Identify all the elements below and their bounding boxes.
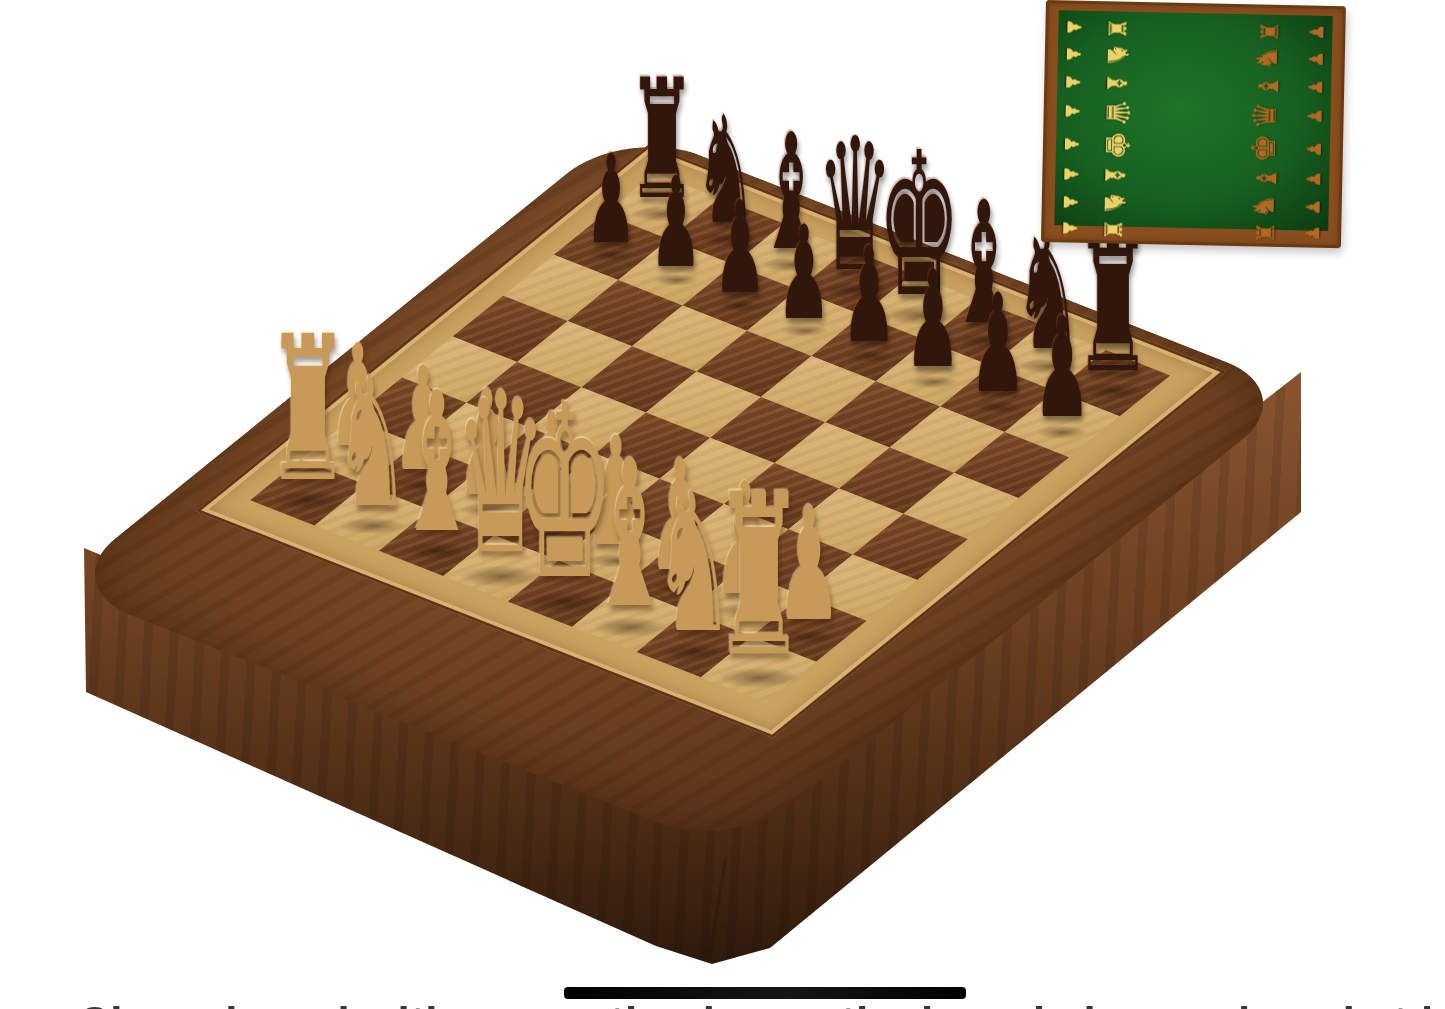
inset-gold-pawn: ♟ xyxy=(1063,73,1082,90)
inset-copper-rook: ♜ xyxy=(1254,222,1278,244)
inset-gold-queen: ♛ xyxy=(1102,98,1135,127)
inset-cell: ♜ xyxy=(1199,219,1277,245)
inset-cell: ♝ xyxy=(1200,163,1279,192)
inset-copper-bishop: ♝ xyxy=(1254,74,1282,99)
divider-line xyxy=(564,987,966,999)
inset-copper-knight: ♞ xyxy=(1250,193,1280,220)
inset-cell: ♞ xyxy=(1101,188,1180,219)
inset-row: ♟♚♚♟ xyxy=(1063,127,1324,165)
black-pawn-g7: ♟ xyxy=(963,332,1033,410)
inset-copper-pawn: ♟ xyxy=(1305,107,1324,124)
inset-copper-pawn: ♟ xyxy=(1304,198,1323,215)
inset-cell: ♟ xyxy=(1062,164,1102,185)
inset-cell: ♟ xyxy=(1279,138,1323,159)
black-pawn-h7: ♟ xyxy=(1027,356,1098,435)
inset-cell: ♟ xyxy=(1277,223,1321,244)
inset-copper-rook: ♜ xyxy=(1258,21,1282,43)
inset-copper-pawn: ♟ xyxy=(1306,78,1325,95)
inset-cell: ♟ xyxy=(1281,48,1325,69)
inset-copper-pawn: ♟ xyxy=(1307,23,1326,40)
black-pawn-a7: ♟ xyxy=(580,188,643,258)
inset-gold-rook: ♜ xyxy=(1104,17,1128,39)
inset-cell: ♝ xyxy=(1102,161,1181,190)
inset-copper-bishop: ♝ xyxy=(1252,166,1280,191)
inset-gold-bishop: ♝ xyxy=(1103,71,1131,96)
inset-gold-bishop: ♝ xyxy=(1101,163,1129,188)
inset-cell: ♟ xyxy=(1065,44,1105,65)
black-pawn-b7: ♟ xyxy=(644,212,708,283)
inset-copper-king: ♚ xyxy=(1247,133,1281,163)
inset-cell: ♞ xyxy=(1199,190,1278,221)
inset-gold-knight: ♞ xyxy=(1103,42,1133,69)
inset-storage-photo: ♟♜♜♟♟♞♞♟♟♝♝♟♟♛♛♟♟♚♚♟♟♝♝♟♟♞♞♟♟♜♜♟ xyxy=(1041,0,1346,248)
inset-gold-king: ♚ xyxy=(1101,130,1135,160)
screenshot: ♜♞♝♛♚♝♞♜♟♟♟♟♟♟♟♟♟♟♟♟♟♟♟♟♜♞♝♛♚♝♞♜ ♟♜♜♟♟♞♞… xyxy=(0,0,1445,1009)
inset-cell: ♟ xyxy=(1061,218,1101,239)
inset-gold-rook: ♜ xyxy=(1100,218,1124,240)
inset-cell: ♜ xyxy=(1101,217,1179,243)
black-pawn-c7: ♟ xyxy=(708,236,773,309)
inset-cell: ♟ xyxy=(1278,196,1322,217)
caption-text: Chess board with magnetic pieces, the bo… xyxy=(78,998,1445,1009)
inset-cell: ♜ xyxy=(1203,18,1281,44)
inset-gold-pawn: ♟ xyxy=(1061,165,1080,182)
inset-cell: ♟ xyxy=(1062,192,1102,213)
inset-copper-knight: ♞ xyxy=(1253,45,1283,72)
inset-gold-pawn: ♟ xyxy=(1060,219,1079,236)
inset-cell: ♟ xyxy=(1279,106,1323,127)
inset-cell: ♟ xyxy=(1281,22,1325,43)
inset-cell: ♟ xyxy=(1280,76,1324,97)
white-rook-h1: ♜ xyxy=(701,555,815,682)
inset-gold-pawn: ♟ xyxy=(1064,45,1083,62)
inset-cell: ♟ xyxy=(1065,17,1105,38)
inset-cell: ♞ xyxy=(1105,40,1184,71)
inset-cell: ♚ xyxy=(1103,128,1182,163)
inset-felt-interior: ♟♜♜♟♟♞♞♟♟♝♝♟♟♛♛♟♟♚♚♟♟♝♝♟♟♞♞♟♟♜♜♟ xyxy=(1054,10,1332,231)
inset-row: ♟♜♜♟ xyxy=(1061,216,1321,245)
black-pawn-f7: ♟ xyxy=(899,308,968,385)
inset-cell: ♛ xyxy=(1103,96,1182,130)
inset-cell: ♜ xyxy=(1105,16,1183,42)
inset-gold-pawn: ♟ xyxy=(1064,18,1083,35)
inset-cell: ♝ xyxy=(1104,69,1183,98)
inset-gold-pawn: ♟ xyxy=(1063,102,1082,119)
inset-copper-pawn: ♟ xyxy=(1304,170,1323,187)
black-pawn-d7: ♟ xyxy=(771,260,837,334)
inset-gold-pawn: ♟ xyxy=(1062,135,1081,152)
inset-copper-pawn: ♟ xyxy=(1307,50,1326,67)
inset-copper-queen: ♛ xyxy=(1249,101,1282,130)
inset-cell: ♟ xyxy=(1063,101,1103,122)
inset-cell: ♝ xyxy=(1202,71,1281,100)
inset-cell: ♟ xyxy=(1278,168,1322,189)
inset-gold-knight: ♞ xyxy=(1100,190,1130,217)
inset-cell: ♞ xyxy=(1203,42,1282,73)
black-pawn-e7: ♟ xyxy=(835,284,903,359)
inset-copper-pawn: ♟ xyxy=(1303,224,1322,241)
inset-gold-pawn: ♟ xyxy=(1061,193,1080,210)
inset-cell: ♟ xyxy=(1064,72,1104,93)
inset-cell: ♚ xyxy=(1201,130,1280,165)
inset-cell: ♛ xyxy=(1201,98,1280,132)
inset-copper-pawn: ♟ xyxy=(1305,140,1324,157)
